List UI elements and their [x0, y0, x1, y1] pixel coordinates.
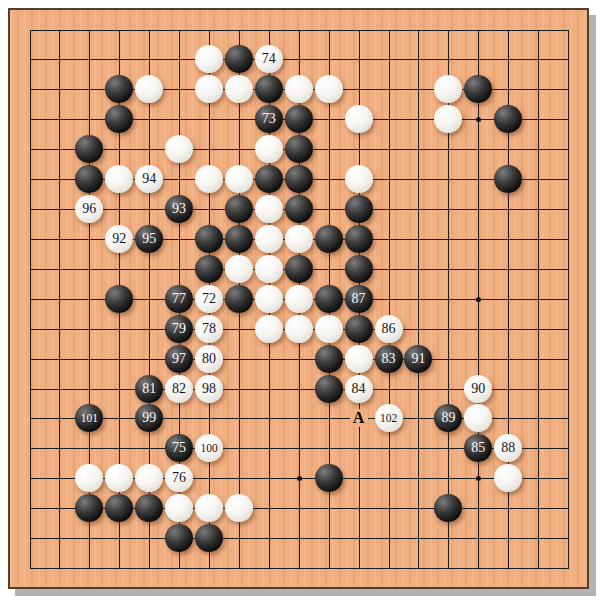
grid-line-vertical [568, 30, 569, 569]
screenshot-stage: A747394969392957772877978869780839181829… [0, 0, 600, 600]
move-number-label: 98 [202, 382, 216, 396]
white-stone-move-78[interactable]: 78 [195, 315, 223, 343]
white-stone[interactable] [105, 464, 133, 492]
white-stone-move-98[interactable]: 98 [195, 375, 223, 403]
move-number-label: 94 [142, 172, 156, 186]
white-stone[interactable] [345, 345, 373, 373]
black-stone[interactable] [195, 225, 223, 253]
white-stone[interactable] [225, 255, 253, 283]
white-stone[interactable] [464, 404, 492, 432]
white-stone-move-76[interactable]: 76 [165, 464, 193, 492]
white-stone[interactable] [434, 105, 462, 133]
move-number-label: 97 [172, 352, 186, 366]
white-stone[interactable] [315, 75, 343, 103]
black-stone-move-77[interactable]: 77 [165, 285, 193, 313]
move-number-label: 76 [172, 471, 186, 485]
white-stone[interactable] [225, 165, 253, 193]
white-stone-move-96[interactable]: 96 [75, 195, 103, 223]
black-stone[interactable] [105, 75, 133, 103]
black-stone[interactable] [165, 524, 193, 552]
black-stone[interactable] [464, 75, 492, 103]
black-stone[interactable] [345, 225, 373, 253]
white-stone-move-84[interactable]: 84 [345, 375, 373, 403]
white-stone-move-80[interactable]: 80 [195, 345, 223, 373]
black-stone[interactable] [315, 285, 343, 313]
star-point [476, 117, 481, 122]
black-stone-move-73[interactable]: 73 [255, 105, 283, 133]
move-number-label: 92 [112, 232, 126, 246]
move-number-label: 101 [81, 413, 98, 425]
black-stone-move-91[interactable]: 91 [404, 345, 432, 373]
black-stone[interactable] [285, 135, 313, 163]
white-stone[interactable] [255, 135, 283, 163]
black-stone[interactable] [345, 255, 373, 283]
go-board[interactable]: A747394969392957772877978869780839181829… [8, 8, 589, 589]
move-number-label: 77 [172, 292, 186, 306]
move-number-label: 86 [382, 322, 396, 336]
white-stone[interactable] [345, 105, 373, 133]
move-number-label: 82 [172, 382, 186, 396]
black-stone[interactable] [255, 165, 283, 193]
white-stone[interactable] [225, 494, 253, 522]
move-number-label: 91 [411, 352, 425, 366]
white-stone[interactable] [165, 494, 193, 522]
white-stone[interactable] [255, 255, 283, 283]
grid-line-horizontal [30, 568, 570, 569]
white-stone-move-82[interactable]: 82 [165, 375, 193, 403]
black-stone[interactable] [105, 285, 133, 313]
black-stone[interactable] [494, 165, 522, 193]
black-stone-move-93[interactable]: 93 [165, 195, 193, 223]
move-number-label: 78 [202, 322, 216, 336]
move-number-label: 100 [200, 443, 217, 455]
black-stone[interactable] [225, 285, 253, 313]
white-stone-move-100[interactable]: 100 [195, 434, 223, 462]
white-stone[interactable] [225, 75, 253, 103]
move-number-label: 96 [82, 202, 96, 216]
white-stone[interactable] [494, 464, 522, 492]
move-number-label: 79 [172, 322, 186, 336]
black-stone[interactable] [434, 494, 462, 522]
black-stone-move-75[interactable]: 75 [165, 434, 193, 462]
white-stone[interactable] [135, 75, 163, 103]
move-number-label: 89 [441, 411, 455, 425]
black-stone[interactable] [75, 135, 103, 163]
black-stone[interactable] [105, 494, 133, 522]
white-stone[interactable] [255, 225, 283, 253]
black-stone[interactable] [225, 195, 253, 223]
white-stone-move-74[interactable]: 74 [255, 45, 283, 73]
black-stone[interactable] [105, 105, 133, 133]
white-stone[interactable] [105, 165, 133, 193]
black-stone-move-97[interactable]: 97 [165, 345, 193, 373]
move-number-label: 87 [352, 292, 366, 306]
white-stone[interactable] [135, 464, 163, 492]
black-stone[interactable] [225, 225, 253, 253]
black-stone[interactable] [285, 165, 313, 193]
white-stone[interactable] [165, 135, 193, 163]
move-number-label: 84 [352, 382, 366, 396]
white-stone[interactable] [255, 315, 283, 343]
white-stone[interactable] [285, 75, 313, 103]
star-point [476, 297, 481, 302]
black-stone-move-83[interactable]: 83 [375, 345, 403, 373]
white-stone[interactable] [195, 494, 223, 522]
black-stone-move-95[interactable]: 95 [135, 225, 163, 253]
black-stone-move-89[interactable]: 89 [434, 404, 462, 432]
grid-line-horizontal [30, 359, 570, 360]
white-stone[interactable] [285, 315, 313, 343]
white-stone-move-92[interactable]: 92 [105, 225, 133, 253]
move-number-label: 88 [501, 441, 515, 455]
black-stone[interactable] [345, 195, 373, 223]
black-stone[interactable] [135, 494, 163, 522]
white-stone-move-72[interactable]: 72 [195, 285, 223, 313]
white-stone-move-86[interactable]: 86 [375, 315, 403, 343]
black-stone-move-99[interactable]: 99 [135, 404, 163, 432]
grid-line-vertical [418, 30, 419, 569]
move-number-label: 73 [262, 112, 276, 126]
white-stone-move-102[interactable]: 102 [375, 404, 403, 432]
black-stone[interactable] [255, 75, 283, 103]
black-stone-move-79[interactable]: 79 [165, 315, 193, 343]
white-stone[interactable] [195, 165, 223, 193]
white-stone-move-88[interactable]: 88 [494, 434, 522, 462]
move-number-label: 99 [142, 411, 156, 425]
black-stone[interactable] [494, 105, 522, 133]
white-stone[interactable] [195, 75, 223, 103]
black-stone[interactable] [285, 105, 313, 133]
black-stone[interactable] [315, 345, 343, 373]
move-number-label: 72 [202, 292, 216, 306]
move-number-label: 102 [380, 413, 397, 425]
black-stone[interactable] [315, 375, 343, 403]
move-number-label: 83 [382, 352, 396, 366]
move-number-label: 74 [262, 52, 276, 66]
black-stone[interactable] [75, 494, 103, 522]
white-stone-move-90[interactable]: 90 [464, 375, 492, 403]
black-stone[interactable] [315, 464, 343, 492]
black-stone-move-85[interactable]: 85 [464, 434, 492, 462]
white-stone[interactable] [195, 45, 223, 73]
white-stone[interactable] [285, 225, 313, 253]
board-annotation-A: A [350, 409, 368, 427]
move-number-label: 81 [142, 382, 156, 396]
move-number-label: 75 [172, 441, 186, 455]
white-stone[interactable] [345, 165, 373, 193]
star-point [476, 476, 481, 481]
black-stone-move-87[interactable]: 87 [345, 285, 373, 313]
star-point [297, 476, 302, 481]
black-stone[interactable] [285, 195, 313, 223]
black-stone[interactable] [225, 45, 253, 73]
black-stone[interactable] [345, 315, 373, 343]
black-stone[interactable] [195, 524, 223, 552]
black-stone[interactable] [195, 255, 223, 283]
grid-line-vertical [538, 30, 539, 569]
white-stone[interactable] [255, 285, 283, 313]
black-stone[interactable] [285, 255, 313, 283]
move-number-label: 93 [172, 202, 186, 216]
white-stone[interactable] [434, 75, 462, 103]
black-stone-move-81[interactable]: 81 [135, 375, 163, 403]
white-stone-move-94[interactable]: 94 [135, 165, 163, 193]
move-number-label: 90 [471, 382, 485, 396]
grid-line-vertical [389, 30, 390, 569]
black-stone-move-101[interactable]: 101 [75, 404, 103, 432]
grid-line-horizontal [30, 538, 570, 539]
white-stone[interactable] [285, 285, 313, 313]
white-stone[interactable] [315, 315, 343, 343]
move-number-label: 80 [202, 352, 216, 366]
black-stone[interactable] [315, 225, 343, 253]
black-stone[interactable] [75, 165, 103, 193]
white-stone[interactable] [75, 464, 103, 492]
move-number-label: 85 [471, 441, 485, 455]
move-number-label: 95 [142, 232, 156, 246]
white-stone[interactable] [255, 195, 283, 223]
